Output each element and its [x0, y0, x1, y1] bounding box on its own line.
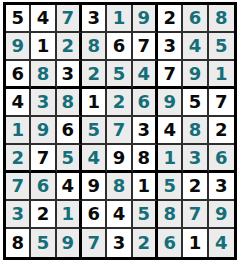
cell-r9c8[interactable]: 1: [183, 229, 208, 257]
cell-r7c8[interactable]: 2: [183, 173, 208, 201]
cell-r7c1[interactable]: 7: [6, 173, 31, 201]
cell-r6c2[interactable]: 7: [31, 145, 56, 173]
cell-r2c7[interactable]: 3: [158, 33, 183, 61]
cell-r3c4[interactable]: 2: [82, 61, 107, 89]
sudoku-screen: 5473192689128673456832547914381269571965…: [0, 0, 240, 265]
cell-r1c3[interactable]: 7: [57, 5, 82, 33]
cell-r2c8[interactable]: 4: [183, 33, 208, 61]
cell-r9c2[interactable]: 5: [31, 229, 56, 257]
cell-r9c3[interactable]: 9: [57, 229, 82, 257]
cell-r8c6[interactable]: 5: [133, 201, 158, 229]
cell-r1c2[interactable]: 4: [31, 5, 56, 33]
cell-r4c3[interactable]: 8: [57, 89, 82, 117]
cell-r9c7[interactable]: 6: [158, 229, 183, 257]
cell-r1c8[interactable]: 6: [183, 5, 208, 33]
cell-r1c9[interactable]: 8: [209, 5, 234, 33]
cell-r4c6[interactable]: 6: [133, 89, 158, 117]
cell-r8c7[interactable]: 8: [158, 201, 183, 229]
cell-r6c1[interactable]: 2: [6, 145, 31, 173]
cell-r4c9[interactable]: 7: [209, 89, 234, 117]
cell-r2c4[interactable]: 8: [82, 33, 107, 61]
cell-r7c2[interactable]: 6: [31, 173, 56, 201]
cell-r6c5[interactable]: 9: [107, 145, 132, 173]
cell-r6c4[interactable]: 4: [82, 145, 107, 173]
cell-r4c5[interactable]: 2: [107, 89, 132, 117]
cell-r8c5[interactable]: 4: [107, 201, 132, 229]
cell-r3c6[interactable]: 4: [133, 61, 158, 89]
cell-r8c9[interactable]: 9: [209, 201, 234, 229]
cell-r6c3[interactable]: 5: [57, 145, 82, 173]
cell-r2c3[interactable]: 2: [57, 33, 82, 61]
sudoku-board: 5473192689128673456832547914381269571965…: [3, 2, 237, 260]
cell-r9c5[interactable]: 3: [107, 229, 132, 257]
cell-r1c7[interactable]: 2: [158, 5, 183, 33]
cell-r3c9[interactable]: 1: [209, 61, 234, 89]
cell-r5c1[interactable]: 1: [6, 117, 31, 145]
cell-r3c2[interactable]: 8: [31, 61, 56, 89]
cell-r1c5[interactable]: 1: [107, 5, 132, 33]
cell-r7c4[interactable]: 9: [82, 173, 107, 201]
cell-r5c4[interactable]: 5: [82, 117, 107, 145]
cell-r4c4[interactable]: 1: [82, 89, 107, 117]
cell-r3c1[interactable]: 6: [6, 61, 31, 89]
cell-r8c1[interactable]: 3: [6, 201, 31, 229]
cell-r5c2[interactable]: 9: [31, 117, 56, 145]
cell-r7c3[interactable]: 4: [57, 173, 82, 201]
cell-r4c7[interactable]: 9: [158, 89, 183, 117]
cell-r8c8[interactable]: 7: [183, 201, 208, 229]
cell-r3c3[interactable]: 3: [57, 61, 82, 89]
cell-r6c8[interactable]: 3: [183, 145, 208, 173]
cell-r2c1[interactable]: 9: [6, 33, 31, 61]
cell-r9c4[interactable]: 7: [82, 229, 107, 257]
cell-r4c2[interactable]: 3: [31, 89, 56, 117]
cell-r2c2[interactable]: 1: [31, 33, 56, 61]
cell-r9c1[interactable]: 8: [6, 229, 31, 257]
cell-r8c3[interactable]: 1: [57, 201, 82, 229]
cell-r5c6[interactable]: 3: [133, 117, 158, 145]
cell-r5c8[interactable]: 8: [183, 117, 208, 145]
cell-r3c8[interactable]: 9: [183, 61, 208, 89]
cell-r5c3[interactable]: 6: [57, 117, 82, 145]
cell-r8c4[interactable]: 6: [82, 201, 107, 229]
cell-r6c7[interactable]: 1: [158, 145, 183, 173]
cell-r8c2[interactable]: 2: [31, 201, 56, 229]
cell-r2c9[interactable]: 5: [209, 33, 234, 61]
cell-r1c6[interactable]: 9: [133, 5, 158, 33]
cell-r9c6[interactable]: 2: [133, 229, 158, 257]
cell-r6c6[interactable]: 8: [133, 145, 158, 173]
cell-r5c7[interactable]: 4: [158, 117, 183, 145]
cell-r4c8[interactable]: 5: [183, 89, 208, 117]
cell-r2c6[interactable]: 7: [133, 33, 158, 61]
cell-r5c9[interactable]: 2: [209, 117, 234, 145]
cell-r3c5[interactable]: 5: [107, 61, 132, 89]
cell-r6c9[interactable]: 6: [209, 145, 234, 173]
cell-r3c7[interactable]: 7: [158, 61, 183, 89]
cell-r4c1[interactable]: 4: [6, 89, 31, 117]
cell-r1c4[interactable]: 3: [82, 5, 107, 33]
cell-r2c5[interactable]: 6: [107, 33, 132, 61]
cell-r1c1[interactable]: 5: [6, 5, 31, 33]
cell-r7c7[interactable]: 5: [158, 173, 183, 201]
cell-r7c5[interactable]: 8: [107, 173, 132, 201]
cell-r9c9[interactable]: 4: [209, 229, 234, 257]
cell-r5c5[interactable]: 7: [107, 117, 132, 145]
cell-r7c9[interactable]: 3: [209, 173, 234, 201]
cell-r7c6[interactable]: 1: [133, 173, 158, 201]
